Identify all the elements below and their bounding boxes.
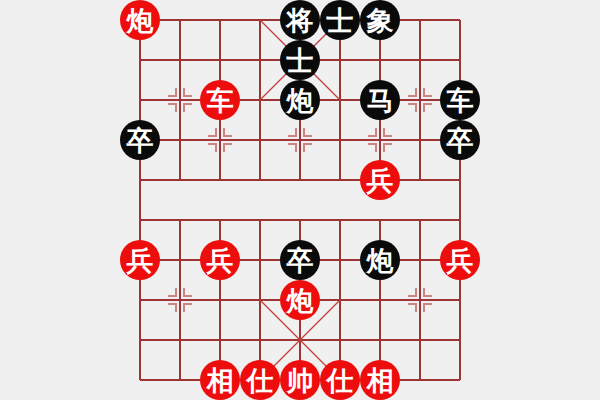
piece-black-general[interactable]: 将 xyxy=(280,0,320,40)
piece-label: 卒 xyxy=(447,127,474,154)
piece-red-soldier[interactable]: 兵 xyxy=(440,240,480,280)
point-marker-corner xyxy=(183,303,192,312)
point-marker-corner xyxy=(168,103,177,112)
piece-label: 士 xyxy=(287,47,314,74)
piece-black-elephant[interactable]: 象 xyxy=(360,0,400,40)
piece-label: 将 xyxy=(287,7,314,34)
point-marker-corner xyxy=(288,128,297,137)
piece-black-soldier[interactable]: 卒 xyxy=(120,120,160,160)
point-marker xyxy=(407,87,433,113)
piece-label: 炮 xyxy=(127,7,154,34)
piece-black-cannon[interactable]: 炮 xyxy=(360,240,400,280)
piece-label: 兵 xyxy=(447,247,474,274)
point-marker-corner xyxy=(208,143,217,152)
point-marker xyxy=(407,287,433,313)
piece-label: 仕 xyxy=(247,367,274,394)
piece-black-chariot[interactable]: 车 xyxy=(440,80,480,120)
point-marker-corner xyxy=(383,128,392,137)
piece-label: 卒 xyxy=(287,247,314,274)
point-marker-corner xyxy=(168,288,177,297)
piece-label: 兵 xyxy=(207,247,234,274)
point-marker-corner xyxy=(303,128,312,137)
point-marker-corner xyxy=(368,143,377,152)
piece-label: 兵 xyxy=(127,247,154,274)
point-marker-corner xyxy=(223,128,232,137)
piece-label: 炮 xyxy=(287,287,314,314)
piece-red-elephant[interactable]: 相 xyxy=(360,360,400,400)
point-marker xyxy=(367,127,393,153)
piece-red-cannon[interactable]: 炮 xyxy=(120,0,160,40)
point-marker-corner xyxy=(383,143,392,152)
piece-label: 相 xyxy=(207,367,234,394)
point-marker-corner xyxy=(183,103,192,112)
piece-label: 卒 xyxy=(127,127,154,154)
piece-red-chariot[interactable]: 车 xyxy=(200,80,240,120)
piece-label: 帅 xyxy=(287,367,314,394)
point-marker-corner xyxy=(368,128,377,137)
point-marker-corner xyxy=(423,288,432,297)
piece-label: 士 xyxy=(327,7,354,34)
point-marker-corner xyxy=(183,288,192,297)
piece-black-advisor[interactable]: 士 xyxy=(320,0,360,40)
piece-black-soldier[interactable]: 卒 xyxy=(440,120,480,160)
piece-label: 炮 xyxy=(367,247,394,274)
point-marker xyxy=(167,287,193,313)
point-marker-corner xyxy=(408,303,417,312)
piece-label: 象 xyxy=(367,7,394,34)
point-marker-corner xyxy=(423,88,432,97)
point-marker xyxy=(207,127,233,153)
point-marker-corner xyxy=(183,88,192,97)
piece-red-elephant[interactable]: 相 xyxy=(200,360,240,400)
piece-label: 车 xyxy=(207,87,234,114)
piece-red-advisor[interactable]: 仕 xyxy=(320,360,360,400)
piece-label: 相 xyxy=(367,367,394,394)
piece-red-cannon[interactable]: 炮 xyxy=(280,280,320,320)
point-marker-corner xyxy=(303,143,312,152)
point-marker-corner xyxy=(288,143,297,152)
point-marker-corner xyxy=(208,128,217,137)
point-marker-corner xyxy=(168,303,177,312)
piece-red-general[interactable]: 帅 xyxy=(280,360,320,400)
piece-label: 炮 xyxy=(287,87,314,114)
piece-red-soldier[interactable]: 兵 xyxy=(360,160,400,200)
piece-black-cannon[interactable]: 炮 xyxy=(280,80,320,120)
piece-label: 马 xyxy=(367,87,394,114)
piece-red-soldier[interactable]: 兵 xyxy=(200,240,240,280)
piece-label: 仕 xyxy=(327,367,354,394)
point-marker-corner xyxy=(223,143,232,152)
point-marker-corner xyxy=(408,88,417,97)
point-marker-corner xyxy=(423,303,432,312)
point-marker xyxy=(167,87,193,113)
piece-label: 车 xyxy=(447,87,474,114)
piece-red-advisor[interactable]: 仕 xyxy=(240,360,280,400)
point-marker xyxy=(287,127,313,153)
piece-label: 兵 xyxy=(367,167,394,194)
point-marker-corner xyxy=(168,88,177,97)
point-marker-corner xyxy=(423,103,432,112)
piece-red-soldier[interactable]: 兵 xyxy=(120,240,160,280)
piece-black-advisor[interactable]: 士 xyxy=(280,40,320,80)
point-marker-corner xyxy=(408,103,417,112)
piece-black-soldier[interactable]: 卒 xyxy=(280,240,320,280)
piece-black-horse[interactable]: 马 xyxy=(360,80,400,120)
xiangqi-board[interactable]: 炮将士象士车炮马车卒卒兵兵兵卒炮兵炮相仕帅仕相 xyxy=(0,0,600,400)
point-marker-corner xyxy=(408,288,417,297)
